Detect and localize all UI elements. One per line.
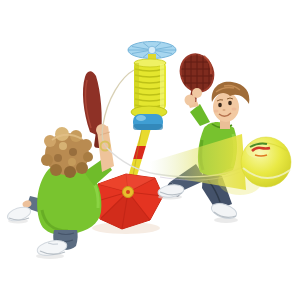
product-photo-swingball (0, 0, 300, 300)
right-child-face (213, 92, 239, 122)
blue-collar (133, 114, 163, 130)
coil-spring (134, 59, 166, 111)
octagonal-base (92, 174, 163, 234)
tether-ball (241, 137, 291, 187)
right-child-hand-upper (192, 88, 202, 98)
right-child-eye-right (228, 101, 232, 106)
swingball-scene (0, 0, 300, 300)
right-child-eye-left (218, 103, 222, 108)
